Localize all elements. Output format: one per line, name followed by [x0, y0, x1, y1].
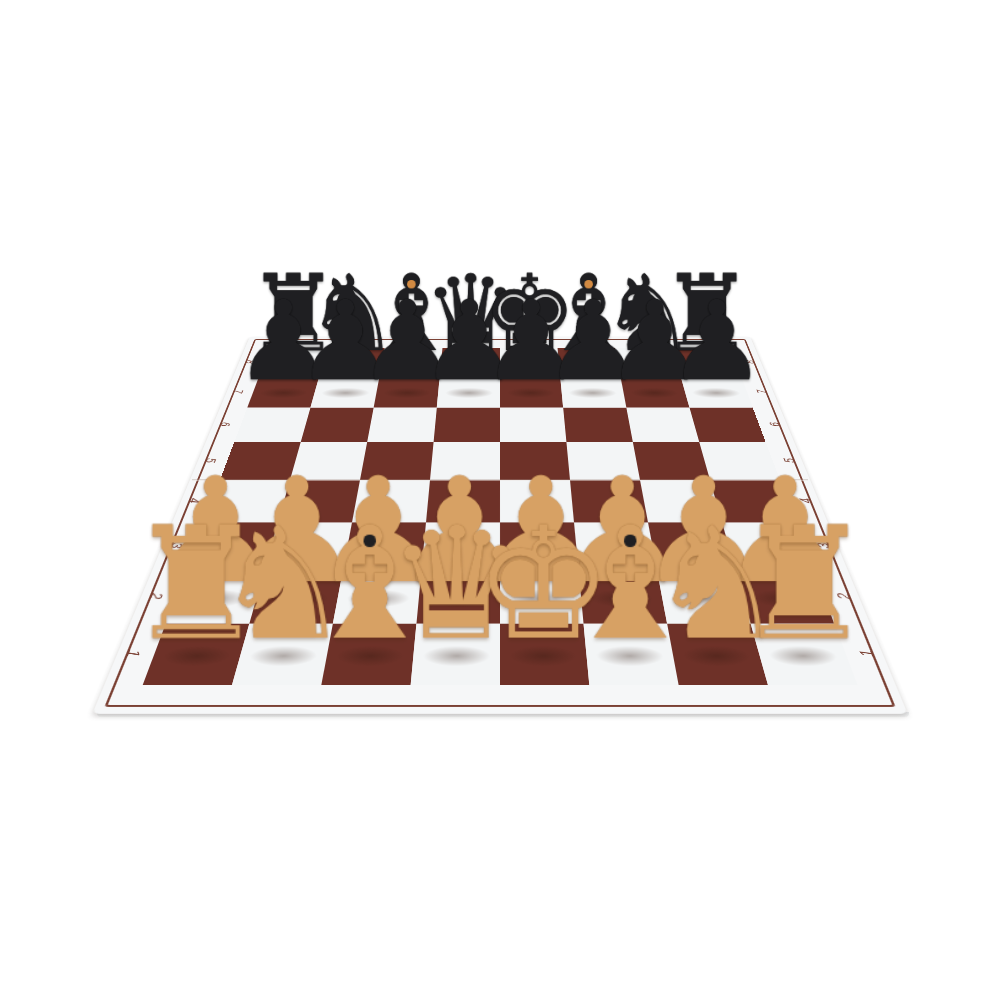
- white-rook-h1[interactable]: ♜: [661, 511, 946, 658]
- black-pawn-h7[interactable]: ♟: [615, 289, 818, 394]
- square-g6[interactable]: [626, 408, 699, 442]
- square-h7[interactable]: ♟: [681, 376, 753, 407]
- photo-scene: ♜♞♝♛♚♝♞♜♟♟♟♟♟♟♟♟♟♟♟♟♟♟♟♟♜♞♝♛♚♝♞♜ abcdefg…: [0, 0, 1000, 1000]
- square-c6[interactable]: [367, 408, 437, 442]
- square-b6[interactable]: [301, 408, 374, 442]
- square-d6[interactable]: [434, 408, 500, 442]
- square-e6[interactable]: [500, 408, 566, 442]
- square-h1[interactable]: ♜: [751, 624, 858, 685]
- chess-board: ♜♞♝♛♚♝♞♜♟♟♟♟♟♟♟♟♟♟♟♟♟♟♟♟♜♞♝♛♚♝♞♜ abcdefg…: [92, 337, 907, 714]
- chess-board-squares: ♜♞♝♛♚♝♞♜♟♟♟♟♟♟♟♟♟♟♟♟♟♟♟♟♜♞♝♛♚♝♞♜: [143, 348, 858, 685]
- square-f6[interactable]: [563, 408, 633, 442]
